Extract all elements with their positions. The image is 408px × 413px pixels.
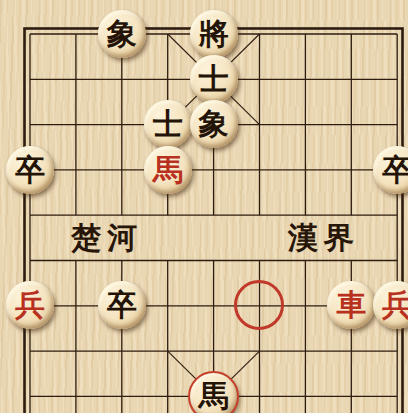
move-origin-marker <box>234 280 284 330</box>
piece-black-advisor[interactable]: 士 <box>190 55 238 103</box>
pieces-layer: 象將士士象卒馬卒兵卒車兵馬 <box>7 11 408 413</box>
xiangqi-board[interactable]: 楚河 漢界 象將士士象卒馬卒兵卒車兵馬 <box>0 0 408 413</box>
piece-glyph: 車 <box>336 281 366 329</box>
piece-glyph: 卒 <box>382 146 408 194</box>
piece-glyph: 象 <box>199 100 229 148</box>
piece-black-soldier[interactable]: 卒 <box>373 146 408 194</box>
piece-black-elephant[interactable]: 象 <box>98 10 146 58</box>
piece-black-horse[interactable]: 馬 <box>190 372 238 413</box>
piece-red-soldier[interactable]: 兵 <box>6 281 54 329</box>
piece-black-advisor[interactable]: 士 <box>144 100 192 148</box>
piece-glyph: 士 <box>153 100 183 148</box>
piece-red-soldier[interactable]: 兵 <box>373 281 408 329</box>
piece-glyph: 士 <box>199 55 229 103</box>
piece-black-soldier[interactable]: 卒 <box>6 146 54 194</box>
piece-red-chariot[interactable]: 車 <box>327 281 375 329</box>
piece-glyph: 兵 <box>382 281 408 329</box>
piece-glyph: 馬 <box>199 372 229 413</box>
piece-glyph: 卒 <box>15 146 45 194</box>
piece-glyph: 兵 <box>15 281 45 329</box>
piece-black-general[interactable]: 將 <box>190 10 238 58</box>
piece-black-soldier[interactable]: 卒 <box>98 281 146 329</box>
piece-red-horse[interactable]: 馬 <box>144 146 192 194</box>
piece-glyph: 卒 <box>107 281 137 329</box>
piece-black-elephant[interactable]: 象 <box>190 100 238 148</box>
piece-glyph: 將 <box>199 10 229 58</box>
piece-glyph: 象 <box>107 10 137 58</box>
piece-glyph: 馬 <box>153 146 183 194</box>
